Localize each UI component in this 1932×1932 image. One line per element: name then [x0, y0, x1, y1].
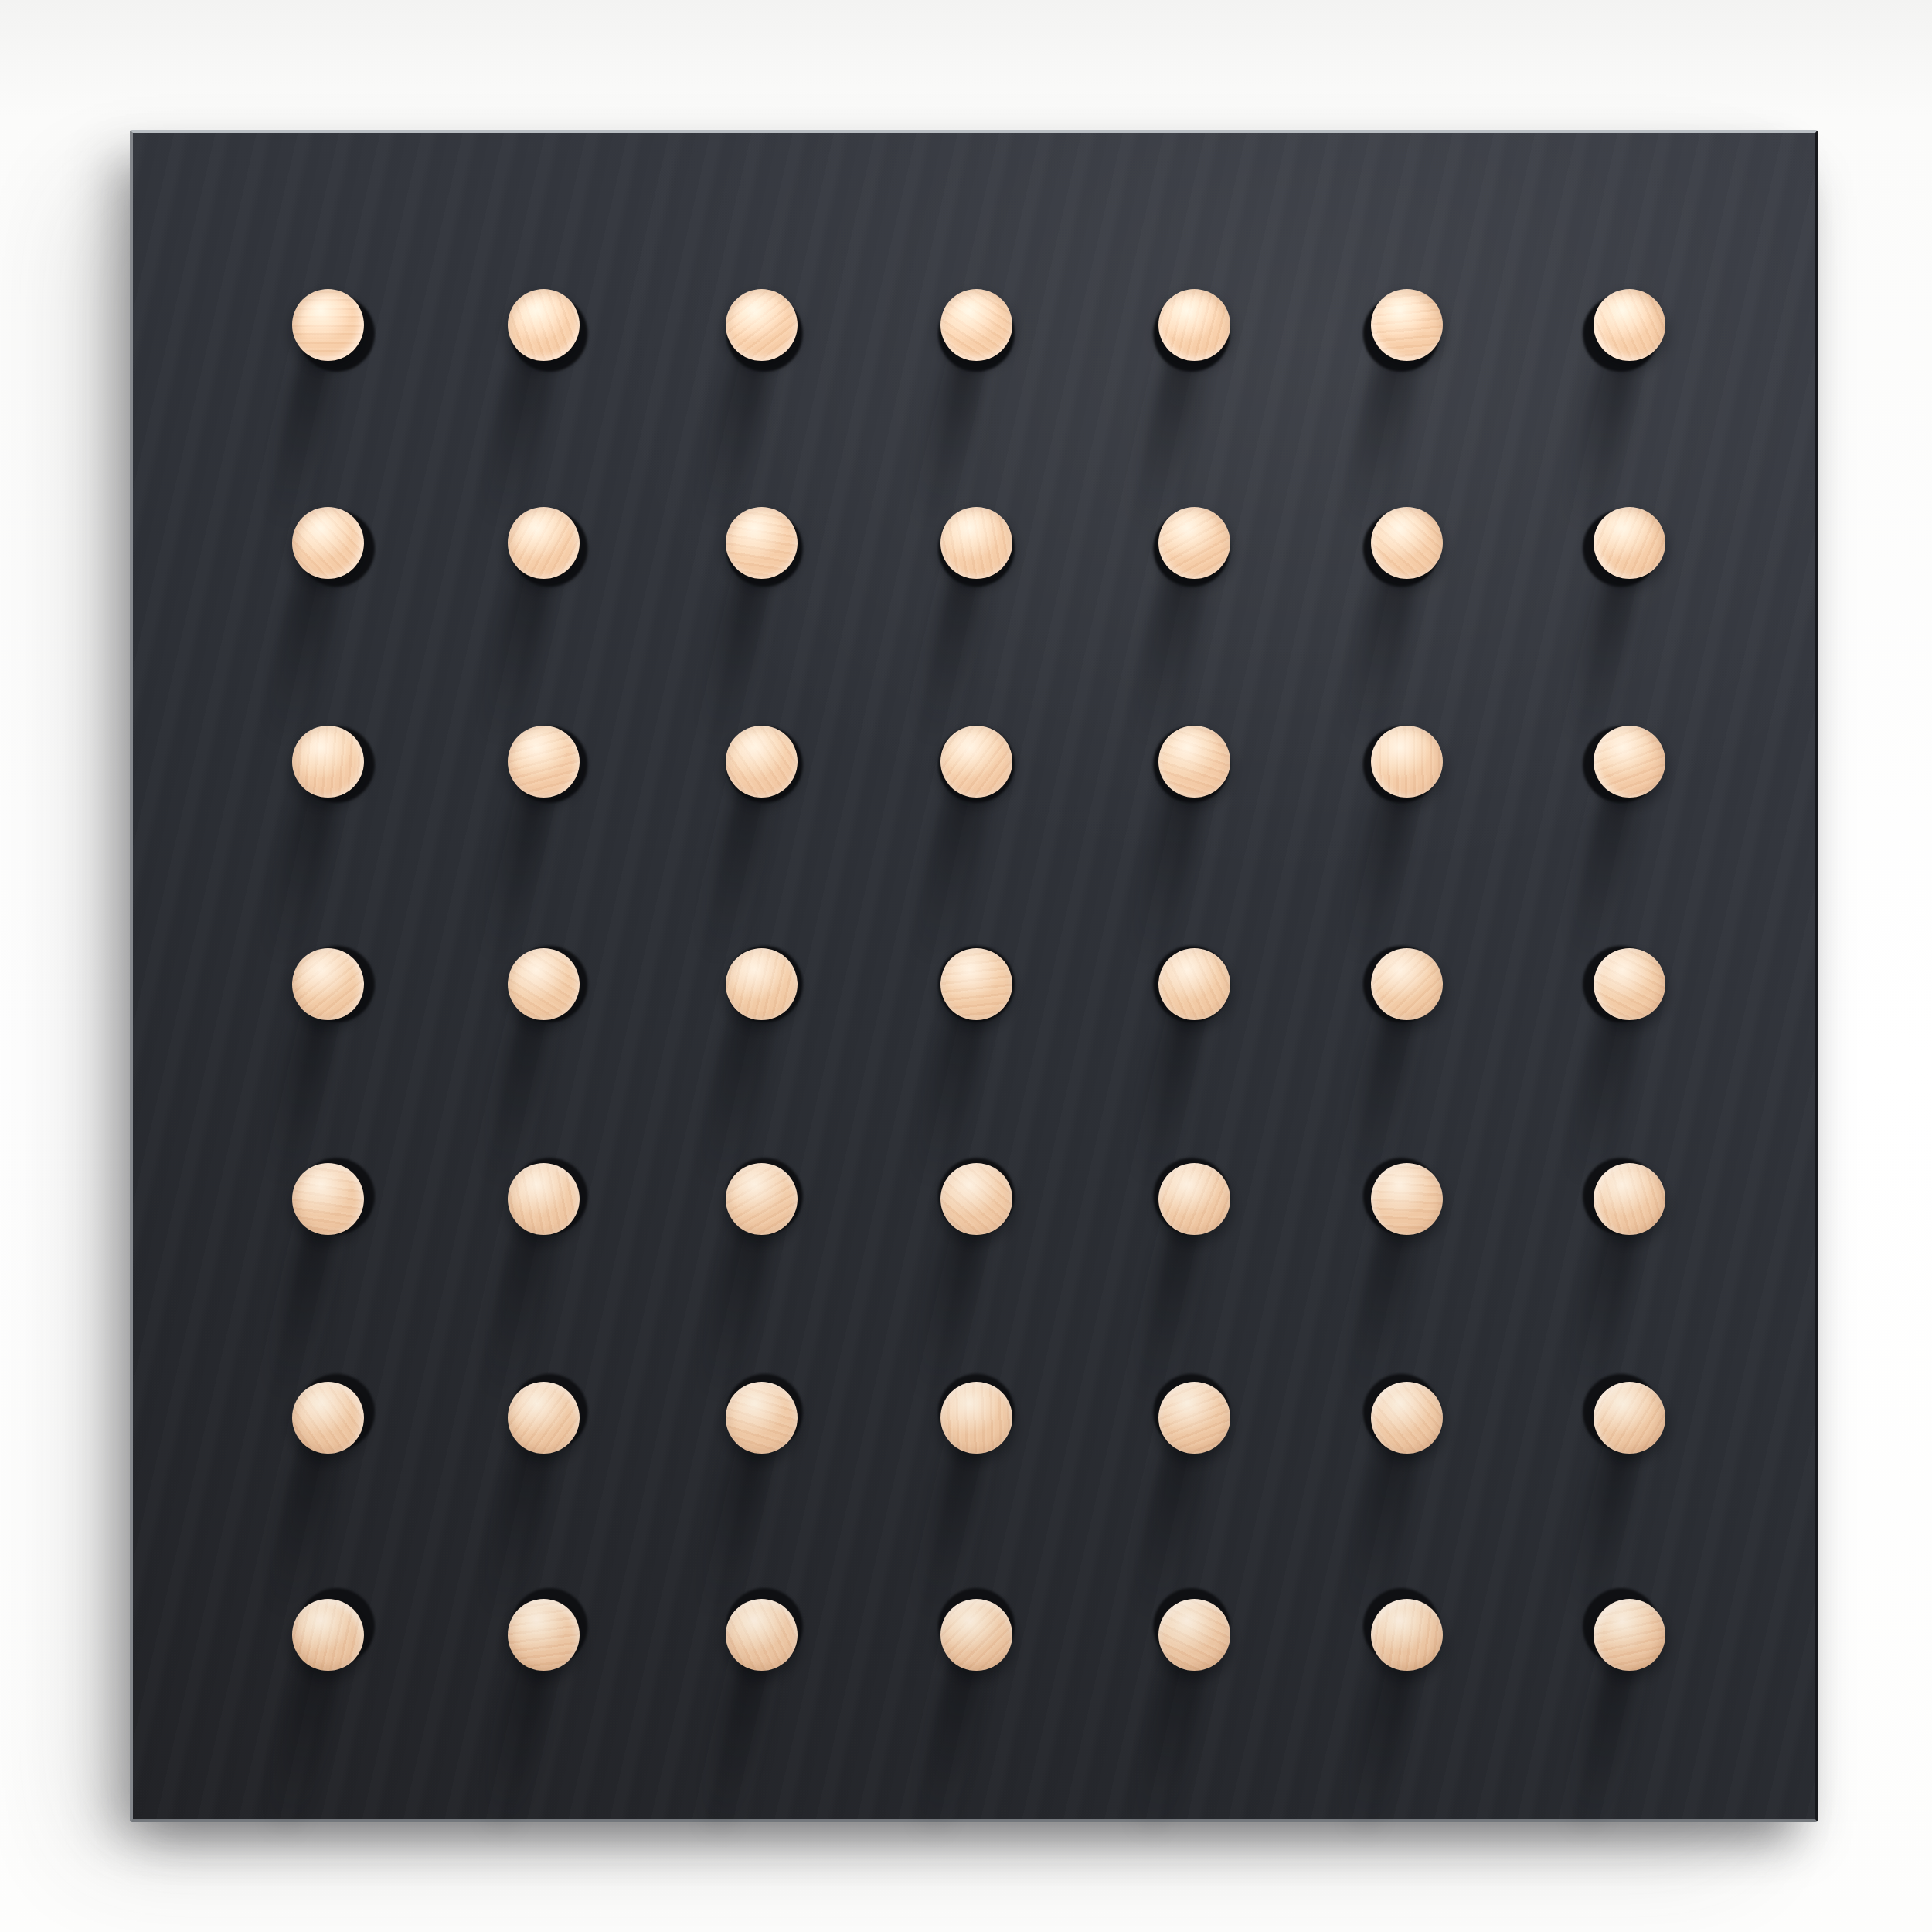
peg[interactable]	[726, 1599, 798, 1671]
peg-face	[1158, 726, 1230, 798]
peg-face	[292, 507, 364, 579]
peg[interactable]	[508, 507, 580, 579]
peg[interactable]	[1594, 289, 1665, 361]
peg[interactable]	[508, 1163, 580, 1235]
peg[interactable]	[1371, 1163, 1443, 1235]
peg[interactable]	[292, 1163, 364, 1235]
peg[interactable]	[1371, 289, 1443, 361]
peg-face	[726, 1163, 798, 1235]
peg[interactable]	[1594, 507, 1665, 579]
wall	[0, 0, 1932, 1932]
peg[interactable]	[292, 948, 364, 1020]
peg-face	[1594, 507, 1665, 579]
peg-face	[940, 1382, 1012, 1454]
peg[interactable]	[1158, 507, 1230, 579]
peg-face	[1158, 1163, 1230, 1235]
peg[interactable]	[508, 1599, 580, 1671]
peg-face	[292, 726, 364, 798]
peg-face	[292, 1163, 364, 1235]
peg[interactable]	[1371, 948, 1443, 1020]
peg-face	[726, 289, 798, 361]
peg[interactable]	[940, 948, 1012, 1020]
peg[interactable]	[726, 289, 798, 361]
peg-face	[1371, 507, 1443, 579]
peg[interactable]	[726, 507, 798, 579]
peg[interactable]	[292, 1382, 364, 1454]
peg-face	[1371, 1163, 1443, 1235]
peg[interactable]	[1371, 507, 1443, 579]
peg-face	[726, 726, 798, 798]
peg-face	[940, 1599, 1012, 1671]
peg-face	[1594, 289, 1665, 361]
peg[interactable]	[508, 1382, 580, 1454]
peg-face	[1371, 948, 1443, 1020]
peg[interactable]	[1594, 726, 1665, 798]
peg-face	[292, 948, 364, 1020]
peg[interactable]	[940, 507, 1012, 579]
peg-face	[1371, 1382, 1443, 1454]
peg-face	[1594, 1163, 1665, 1235]
peg[interactable]	[726, 948, 798, 1020]
peg-face	[508, 289, 580, 361]
peg[interactable]	[1371, 1599, 1443, 1671]
peg[interactable]	[1158, 948, 1230, 1020]
peg-face	[1594, 726, 1665, 798]
peg[interactable]	[1158, 289, 1230, 361]
peg[interactable]	[1158, 726, 1230, 798]
peg[interactable]	[292, 1599, 364, 1671]
peg-face	[508, 1599, 580, 1671]
peg-face	[508, 1382, 580, 1454]
peg[interactable]	[940, 1599, 1012, 1671]
peg-face	[1371, 1599, 1443, 1671]
peg[interactable]	[292, 289, 364, 361]
peg-face	[726, 1599, 798, 1671]
peg-face	[940, 726, 1012, 798]
peg-face	[940, 289, 1012, 361]
peg[interactable]	[508, 289, 580, 361]
peg[interactable]	[726, 726, 798, 798]
peg-face	[508, 507, 580, 579]
peg[interactable]	[508, 948, 580, 1020]
peg[interactable]	[1158, 1382, 1230, 1454]
peg[interactable]	[1594, 1382, 1665, 1454]
peg-face	[292, 1599, 364, 1671]
peg-face	[1594, 1599, 1665, 1671]
peg-face	[940, 1163, 1012, 1235]
peg[interactable]	[292, 507, 364, 579]
peg[interactable]	[1594, 948, 1665, 1020]
peg-face	[940, 507, 1012, 579]
peg[interactable]	[1594, 1599, 1665, 1671]
peg-face	[292, 1382, 364, 1454]
pegboard	[130, 130, 1818, 1822]
peg[interactable]	[292, 726, 364, 798]
peg[interactable]	[940, 1163, 1012, 1235]
peg[interactable]	[726, 1163, 798, 1235]
peg-face	[1158, 1382, 1230, 1454]
peg[interactable]	[1371, 1382, 1443, 1454]
peg-face	[1158, 507, 1230, 579]
peg-face	[1594, 1382, 1665, 1454]
peg[interactable]	[940, 289, 1012, 361]
peg-face	[508, 1163, 580, 1235]
peg-face	[940, 948, 1012, 1020]
peg-face	[1371, 289, 1443, 361]
peg-face	[292, 289, 364, 361]
peg[interactable]	[726, 1382, 798, 1454]
peg-face	[508, 726, 580, 798]
peg-face	[726, 1382, 798, 1454]
peg[interactable]	[508, 726, 580, 798]
peg[interactable]	[1158, 1599, 1230, 1671]
peg-face	[726, 507, 798, 579]
peg-face	[1371, 726, 1443, 798]
peg-face	[508, 948, 580, 1020]
peg[interactable]	[1371, 726, 1443, 798]
peg[interactable]	[1594, 1163, 1665, 1235]
peg-face	[1594, 948, 1665, 1020]
peg-face	[1158, 289, 1230, 361]
peg-face	[726, 948, 798, 1020]
peg-face	[1158, 948, 1230, 1020]
peg-face	[1158, 1599, 1230, 1671]
peg[interactable]	[940, 726, 1012, 798]
peg[interactable]	[940, 1382, 1012, 1454]
peg[interactable]	[1158, 1163, 1230, 1235]
